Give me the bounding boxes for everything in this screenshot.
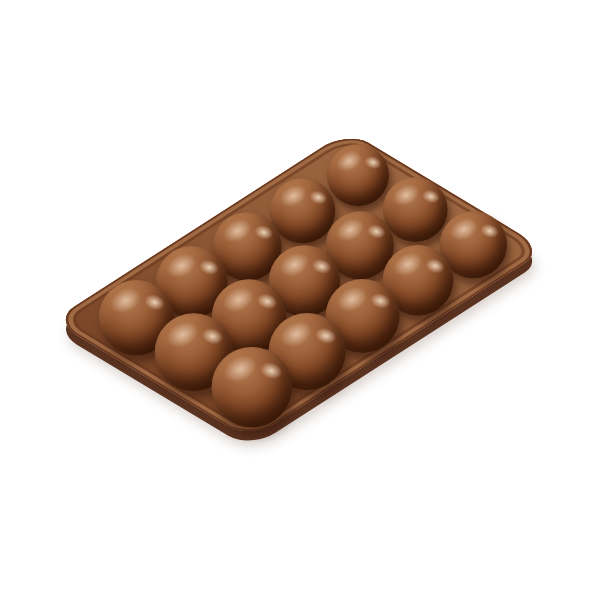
mold-tray (53, 130, 546, 439)
dome-cavity (212, 347, 293, 428)
product-photo (0, 0, 600, 600)
